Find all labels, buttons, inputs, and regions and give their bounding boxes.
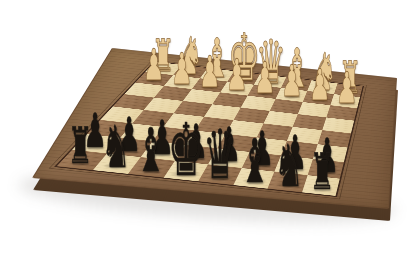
piece-black-queen-d8[interactable]: ♛	[203, 121, 237, 189]
piece-black-king-e8[interactable]: ♚	[167, 113, 204, 186]
piece-white-pawn-c2[interactable]: ♟	[281, 61, 303, 105]
piece-black-rook-a8[interactable]: ♜	[310, 147, 335, 197]
piece-white-pawn-e2[interactable]: ♟	[226, 54, 248, 98]
piece-black-bishop-c8[interactable]: ♝	[239, 131, 269, 191]
piece-white-pawn-g2[interactable]: ♟	[171, 48, 193, 92]
piece-black-bishop-f8[interactable]: ♝	[135, 120, 165, 180]
piece-white-pawn-d2[interactable]: ♟	[254, 58, 276, 102]
piece-white-pawn-h2[interactable]: ♟	[143, 45, 165, 89]
piece-black-knight-b8[interactable]: ♞	[274, 136, 303, 194]
piece-white-pawn-f2[interactable]: ♟	[199, 51, 221, 95]
chess-set-photo: ♜♞♝♚♛♝♞♜♟♟♟♟♟♟♟♟♟♟♟♟♟♟♟♟♜♞♝♚♛♝♞♜	[0, 0, 420, 259]
piece-white-pawn-a2[interactable]: ♟	[336, 67, 358, 111]
piece-white-pawn-b2[interactable]: ♟	[309, 64, 331, 108]
piece-black-rook-h8[interactable]: ♜	[67, 121, 92, 171]
piece-black-knight-g8[interactable]: ♞	[101, 118, 130, 176]
